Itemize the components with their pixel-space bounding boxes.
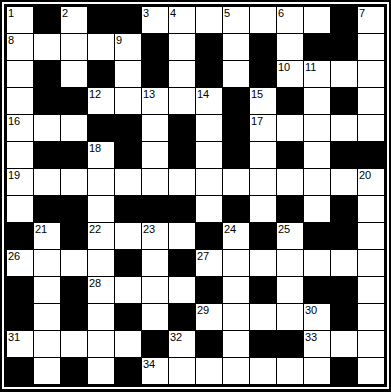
clue-number-32: 32: [170, 331, 182, 343]
white-cell-r5c10[interactable]: 17: [250, 115, 276, 141]
white-cell-r12c11[interactable]: [277, 304, 303, 330]
clue-number-31: 31: [8, 331, 20, 343]
white-cell-r5c11[interactable]: [277, 115, 303, 141]
white-cell-r4c14[interactable]: [358, 88, 384, 114]
black-cell-r1c13: [331, 7, 357, 33]
clue-number-16: 16: [8, 115, 20, 127]
white-cell-r7c11[interactable]: [277, 169, 303, 195]
white-cell-r11c2[interactable]: [34, 277, 60, 303]
black-cell-r2c12: [304, 34, 330, 60]
black-cell-r14c13: [331, 358, 357, 384]
clue-number-33: 33: [305, 331, 317, 343]
clue-number-25: 25: [278, 223, 290, 235]
white-cell-r10c2[interactable]: [34, 250, 60, 276]
black-cell-r9c10: [250, 223, 276, 249]
clue-number-23: 23: [143, 223, 155, 235]
white-cell-r10c10[interactable]: [250, 250, 276, 276]
white-cell-r5c12[interactable]: [304, 115, 330, 141]
black-cell-r12c7: [169, 304, 195, 330]
white-cell-r7c4[interactable]: [88, 169, 114, 195]
white-cell-r7c7[interactable]: [169, 169, 195, 195]
black-cell-r6c2: [34, 142, 60, 168]
black-cell-r9c12: [304, 223, 330, 249]
white-cell-r9c2[interactable]: 21: [34, 223, 60, 249]
white-cell-r3c11[interactable]: 10: [277, 61, 303, 87]
white-cell-r12c14[interactable]: [358, 304, 384, 330]
white-cell-r3c12[interactable]: 11: [304, 61, 330, 87]
white-cell-r10c9[interactable]: [223, 250, 249, 276]
white-cell-r11c4[interactable]: 28: [88, 277, 114, 303]
white-cell-r6c4[interactable]: 18: [88, 142, 114, 168]
clue-number-28: 28: [89, 277, 101, 289]
black-cell-r10c5: [115, 250, 141, 276]
black-cell-r6c3: [61, 142, 87, 168]
white-cell-r8c14[interactable]: [358, 196, 384, 222]
white-cell-r8c8[interactable]: [196, 196, 222, 222]
white-cell-r3c14[interactable]: [358, 61, 384, 87]
white-cell-r7c13[interactable]: [331, 169, 357, 195]
black-cell-r6c7: [169, 142, 195, 168]
white-cell-r5c14[interactable]: [358, 115, 384, 141]
black-cell-r2c6: [142, 34, 168, 60]
black-cell-r8c7: [169, 196, 195, 222]
white-cell-r12c2[interactable]: [34, 304, 60, 330]
white-cell-r3c1[interactable]: [7, 61, 33, 87]
white-cell-r2c3[interactable]: [61, 34, 87, 60]
black-cell-r1c5: [115, 7, 141, 33]
white-cell-r2c2[interactable]: [34, 34, 60, 60]
white-cell-r5c2[interactable]: [34, 115, 60, 141]
black-cell-r4c3: [61, 88, 87, 114]
black-cell-r8c3: [61, 196, 87, 222]
crossword-grid: 1234567891011121314151617181920212223242…: [6, 6, 385, 385]
white-cell-r2c11[interactable]: [277, 34, 303, 60]
clue-number-17: 17: [251, 115, 263, 127]
black-cell-r11c8: [196, 277, 222, 303]
white-cell-r12c9[interactable]: [223, 304, 249, 330]
black-cell-r14c5: [115, 358, 141, 384]
black-cell-r13c10: [250, 331, 276, 357]
black-cell-r12c5: [115, 304, 141, 330]
white-cell-r13c5[interactable]: [115, 331, 141, 357]
black-cell-r3c6: [142, 61, 168, 87]
black-cell-r4c11: [277, 88, 303, 114]
white-cell-r13c12[interactable]: 33: [304, 331, 330, 357]
clue-number-7: 7: [359, 7, 365, 19]
black-cell-r8c2: [34, 196, 60, 222]
white-cell-r12c12[interactable]: 30: [304, 304, 330, 330]
white-cell-r1c1[interactable]: 1: [7, 7, 33, 33]
white-cell-r6c10[interactable]: [250, 142, 276, 168]
black-cell-r8c9: [223, 196, 249, 222]
white-cell-r14c11[interactable]: [277, 358, 303, 384]
white-cell-r8c4[interactable]: [88, 196, 114, 222]
white-cell-r11c7[interactable]: [169, 277, 195, 303]
white-cell-r11c5[interactable]: [115, 277, 141, 303]
white-cell-r4c10[interactable]: 15: [250, 88, 276, 114]
black-cell-r2c8: [196, 34, 222, 60]
black-cell-r12c3: [61, 304, 87, 330]
clue-number-34: 34: [143, 358, 155, 370]
white-cell-r5c8[interactable]: [196, 115, 222, 141]
white-cell-r7c14[interactable]: 20: [358, 169, 384, 195]
white-cell-r14c7[interactable]: [169, 358, 195, 384]
white-cell-r1c12[interactable]: [304, 7, 330, 33]
clue-number-30: 30: [305, 304, 317, 316]
white-cell-r1c10[interactable]: [250, 7, 276, 33]
white-cell-r12c10[interactable]: [250, 304, 276, 330]
clue-number-6: 6: [278, 7, 284, 19]
black-cell-r6c9: [223, 142, 249, 168]
white-cell-r13c9[interactable]: [223, 331, 249, 357]
black-cell-r11c1: [7, 277, 33, 303]
black-cell-r11c3: [61, 277, 87, 303]
white-cell-r13c1[interactable]: 31: [7, 331, 33, 357]
black-cell-r6c13: [331, 142, 357, 168]
clue-number-22: 22: [89, 223, 101, 235]
white-cell-r1c3[interactable]: 2: [61, 7, 87, 33]
white-cell-r14c14[interactable]: [358, 358, 384, 384]
white-cell-r10c12[interactable]: [304, 250, 330, 276]
white-cell-r13c7[interactable]: 32: [169, 331, 195, 357]
white-cell-r10c13[interactable]: [331, 250, 357, 276]
white-cell-r2c14[interactable]: [358, 34, 384, 60]
white-cell-r7c1[interactable]: 19: [7, 169, 33, 195]
black-cell-r1c2: [34, 7, 60, 33]
black-cell-r11c12: [304, 277, 330, 303]
white-cell-r14c8[interactable]: [196, 358, 222, 384]
white-cell-r11c9[interactable]: [223, 277, 249, 303]
white-cell-r7c12[interactable]: [304, 169, 330, 195]
black-cell-r12c1: [7, 304, 33, 330]
white-cell-r7c6[interactable]: [142, 169, 168, 195]
clue-number-14: 14: [197, 88, 209, 100]
crossword-frame: 1234567891011121314151617181920212223242…: [2, 2, 389, 389]
clue-number-12: 12: [89, 88, 101, 100]
white-cell-r12c4[interactable]: [88, 304, 114, 330]
white-cell-r10c3[interactable]: [61, 250, 87, 276]
white-cell-r14c2[interactable]: [34, 358, 60, 384]
clue-number-15: 15: [251, 88, 263, 100]
white-cell-r3c7[interactable]: [169, 61, 195, 87]
black-cell-r12c13: [331, 304, 357, 330]
clue-number-13: 13: [143, 88, 155, 100]
clue-number-29: 29: [197, 304, 209, 316]
white-cell-r10c1[interactable]: 26: [7, 250, 33, 276]
white-cell-r7c2[interactable]: [34, 169, 60, 195]
white-cell-r13c2[interactable]: [34, 331, 60, 357]
white-cell-r4c5[interactable]: [115, 88, 141, 114]
white-cell-r3c9[interactable]: [223, 61, 249, 87]
white-cell-r13c13[interactable]: [331, 331, 357, 357]
white-cell-r4c8[interactable]: 14: [196, 88, 222, 114]
black-cell-r6c14: [358, 142, 384, 168]
white-cell-r9c11[interactable]: 25: [277, 223, 303, 249]
white-cell-r9c7[interactable]: [169, 223, 195, 249]
white-cell-r8c12[interactable]: [304, 196, 330, 222]
black-cell-r14c3: [61, 358, 87, 384]
white-cell-r13c3[interactable]: [61, 331, 87, 357]
white-cell-r2c4[interactable]: [88, 34, 114, 60]
white-cell-r2c1[interactable]: 8: [7, 34, 33, 60]
white-cell-r7c3[interactable]: [61, 169, 87, 195]
clue-number-1: 1: [8, 7, 14, 19]
clue-number-10: 10: [278, 61, 290, 73]
white-cell-r6c6[interactable]: [142, 142, 168, 168]
white-cell-r4c12[interactable]: [304, 88, 330, 114]
black-cell-r8c11: [277, 196, 303, 222]
clue-number-26: 26: [8, 250, 20, 262]
black-cell-r2c13: [331, 34, 357, 60]
white-cell-r9c6[interactable]: 23: [142, 223, 168, 249]
black-cell-r9c8: [196, 223, 222, 249]
white-cell-r5c3[interactable]: [61, 115, 87, 141]
clue-number-20: 20: [359, 169, 371, 181]
white-cell-r11c11[interactable]: [277, 277, 303, 303]
white-cell-r7c9[interactable]: [223, 169, 249, 195]
white-cell-r3c5[interactable]: [115, 61, 141, 87]
black-cell-r9c3: [61, 223, 87, 249]
white-cell-r13c4[interactable]: [88, 331, 114, 357]
white-cell-r9c9[interactable]: 24: [223, 223, 249, 249]
clue-number-9: 9: [116, 34, 122, 46]
black-cell-r5c9: [223, 115, 249, 141]
black-cell-r2c10: [250, 34, 276, 60]
white-cell-r10c11[interactable]: [277, 250, 303, 276]
black-cell-r5c7: [169, 115, 195, 141]
white-cell-r14c9[interactable]: [223, 358, 249, 384]
black-cell-r8c6: [142, 196, 168, 222]
black-cell-r9c1: [7, 223, 33, 249]
white-cell-r11c6[interactable]: [142, 277, 168, 303]
white-cell-r6c8[interactable]: [196, 142, 222, 168]
black-cell-r3c2: [34, 61, 60, 87]
white-cell-r13c14[interactable]: [358, 331, 384, 357]
black-cell-r14c1: [7, 358, 33, 384]
white-cell-r12c6[interactable]: [142, 304, 168, 330]
white-cell-r10c6[interactable]: [142, 250, 168, 276]
white-cell-r10c4[interactable]: [88, 250, 114, 276]
white-cell-r11c14[interactable]: [358, 277, 384, 303]
white-cell-r5c6[interactable]: [142, 115, 168, 141]
white-cell-r4c1[interactable]: [7, 88, 33, 114]
white-cell-r5c13[interactable]: [331, 115, 357, 141]
clue-number-8: 8: [8, 34, 14, 46]
black-cell-r3c8: [196, 61, 222, 87]
black-cell-r3c10: [250, 61, 276, 87]
white-cell-r14c12[interactable]: [304, 358, 330, 384]
black-cell-r11c10: [250, 277, 276, 303]
white-cell-r12c8[interactable]: 29: [196, 304, 222, 330]
white-cell-r2c5[interactable]: 9: [115, 34, 141, 60]
clue-number-21: 21: [35, 223, 47, 235]
white-cell-r4c7[interactable]: [169, 88, 195, 114]
black-cell-r5c4: [88, 115, 114, 141]
clue-number-24: 24: [224, 223, 236, 235]
white-cell-r14c4[interactable]: [88, 358, 114, 384]
white-cell-r1c14[interactable]: 7: [358, 7, 384, 33]
black-cell-r4c13: [331, 88, 357, 114]
black-cell-r3c4: [88, 61, 114, 87]
white-cell-r3c3[interactable]: [61, 61, 87, 87]
clue-number-19: 19: [8, 169, 20, 181]
black-cell-r8c5: [115, 196, 141, 222]
white-cell-r7c5[interactable]: [115, 169, 141, 195]
white-cell-r14c10[interactable]: [250, 358, 276, 384]
white-cell-r1c7[interactable]: 4: [169, 7, 195, 33]
clue-number-2: 2: [62, 7, 68, 19]
black-cell-r9c13: [331, 223, 357, 249]
white-cell-r10c8[interactable]: 27: [196, 250, 222, 276]
white-cell-r14c6[interactable]: 34: [142, 358, 168, 384]
white-cell-r8c1[interactable]: [7, 196, 33, 222]
clue-number-5: 5: [224, 7, 230, 19]
black-cell-r4c9: [223, 88, 249, 114]
white-cell-r1c11[interactable]: 6: [277, 7, 303, 33]
black-cell-r13c11: [277, 331, 303, 357]
black-cell-r4c2: [34, 88, 60, 114]
black-cell-r5c5: [115, 115, 141, 141]
white-cell-r4c4[interactable]: 12: [88, 88, 114, 114]
white-cell-r9c14[interactable]: [358, 223, 384, 249]
clue-number-27: 27: [197, 250, 209, 262]
white-cell-r7c10[interactable]: [250, 169, 276, 195]
clue-number-18: 18: [89, 142, 101, 154]
black-cell-r6c11: [277, 142, 303, 168]
white-cell-r5c1[interactable]: 16: [7, 115, 33, 141]
white-cell-r3c13[interactable]: [331, 61, 357, 87]
white-cell-r2c9[interactable]: [223, 34, 249, 60]
white-cell-r9c5[interactable]: [115, 223, 141, 249]
white-cell-r1c8[interactable]: [196, 7, 222, 33]
black-cell-r6c5: [115, 142, 141, 168]
white-cell-r10c14[interactable]: [358, 250, 384, 276]
white-cell-r6c12[interactable]: [304, 142, 330, 168]
black-cell-r11c13: [331, 277, 357, 303]
white-cell-r4c6[interactable]: 13: [142, 88, 168, 114]
black-cell-r1c4: [88, 7, 114, 33]
white-cell-r7c8[interactable]: [196, 169, 222, 195]
clue-number-4: 4: [170, 7, 176, 19]
white-cell-r1c6[interactable]: 3: [142, 7, 168, 33]
black-cell-r8c13: [331, 196, 357, 222]
black-cell-r13c8: [196, 331, 222, 357]
white-cell-r8c10[interactable]: [250, 196, 276, 222]
black-cell-r10c7: [169, 250, 195, 276]
black-cell-r13c6: [142, 331, 168, 357]
white-cell-r2c7[interactable]: [169, 34, 195, 60]
clue-number-3: 3: [143, 7, 149, 19]
white-cell-r1c9[interactable]: 5: [223, 7, 249, 33]
white-cell-r9c4[interactable]: 22: [88, 223, 114, 249]
white-cell-r6c1[interactable]: [7, 142, 33, 168]
clue-number-11: 11: [305, 61, 316, 73]
